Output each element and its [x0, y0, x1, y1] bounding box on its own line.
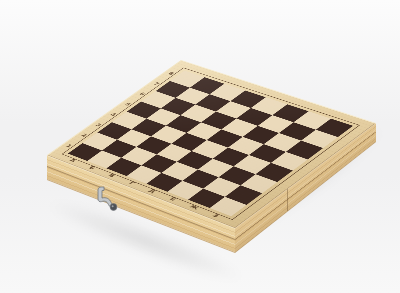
- product-photo-background: АБВГДЕЖЗ 87654321: [0, 0, 400, 293]
- wood-joint-line: [287, 188, 288, 210]
- metal-clasp-icon: [93, 184, 123, 216]
